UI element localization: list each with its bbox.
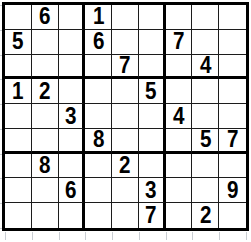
grid-line-stub	[246, 232, 247, 240]
cell-r8c6[interactable]: 3	[139, 178, 166, 203]
given-digit: 5	[145, 79, 156, 103]
cell-r9c7[interactable]	[166, 203, 193, 228]
grid-line-stub	[0, 104, 2, 105]
cell-r1c4[interactable]: 1	[85, 5, 112, 30]
given-digit: 5	[200, 129, 211, 152]
cell-r6c2[interactable]	[32, 129, 59, 154]
given-digit: 8	[39, 154, 50, 178]
cell-r3c5[interactable]: 7	[112, 55, 139, 80]
cell-r7c4[interactable]	[85, 154, 112, 179]
cell-r3c2[interactable]	[32, 55, 59, 80]
cell-r5c2[interactable]	[32, 104, 59, 129]
cell-r1c6[interactable]	[139, 5, 166, 30]
cell-r4c7[interactable]	[166, 79, 193, 104]
cell-r6c4[interactable]: 8	[85, 129, 112, 154]
cell-r7c2[interactable]: 8	[32, 154, 59, 179]
grid-line-stub	[85, 232, 86, 240]
cell-r1c8[interactable]	[192, 5, 219, 30]
grid-line-stub	[0, 178, 2, 179]
cell-r7c7[interactable]	[166, 154, 193, 179]
cell-r2c7[interactable]: 7	[166, 30, 193, 55]
cell-r7c3[interactable]	[59, 154, 86, 179]
cell-r5c5[interactable]	[112, 104, 139, 129]
cell-r6c5[interactable]	[112, 129, 139, 154]
cell-r1c9[interactable]	[219, 5, 246, 30]
cell-r7c8[interactable]	[192, 154, 219, 179]
grid-line-stub	[59, 232, 60, 240]
grid-line-stub	[139, 232, 140, 240]
cell-r2c5[interactable]	[112, 30, 139, 55]
cell-r5c1[interactable]	[5, 104, 32, 129]
grid-line-stub	[0, 79, 2, 80]
cell-r3c3[interactable]	[59, 55, 86, 80]
grid-line-stub	[0, 228, 2, 229]
grid-line-stub	[5, 232, 6, 240]
cell-r4c1[interactable]: 1	[5, 79, 32, 104]
cell-r1c1[interactable]	[5, 5, 32, 30]
cell-r3c1[interactable]	[5, 55, 32, 80]
cell-r2c3[interactable]	[59, 30, 86, 55]
cell-r3c8[interactable]: 4	[192, 55, 219, 80]
cell-r5c7[interactable]: 4	[166, 104, 193, 129]
cell-r3c4[interactable]	[85, 55, 112, 80]
cell-r7c1[interactable]	[5, 154, 32, 179]
cell-r8c2[interactable]	[32, 178, 59, 203]
given-digit: 7	[119, 55, 130, 78]
grid-line-stub	[0, 203, 2, 204]
cell-r9c8[interactable]: 2	[192, 203, 219, 228]
cell-r5c9[interactable]	[219, 104, 246, 129]
cell-r6c8[interactable]: 5	[192, 129, 219, 154]
grid-line-stub	[112, 232, 113, 240]
grid-line-stub	[219, 232, 220, 240]
given-digit: 9	[227, 178, 238, 202]
grid-line-stub	[32, 232, 33, 240]
given-digit: 8	[92, 129, 103, 152]
cell-r5c6[interactable]	[139, 104, 166, 129]
cell-r4c9[interactable]	[219, 79, 246, 104]
cell-r2c1[interactable]: 5	[5, 30, 32, 55]
grid-line-stub	[0, 129, 2, 130]
sudoku-board: 6156774125348578263972	[2, 2, 249, 231]
grid-line-stub	[0, 154, 2, 155]
cell-r3c6[interactable]	[139, 55, 166, 80]
cell-r2c2[interactable]	[32, 30, 59, 55]
cell-r4c2[interactable]: 2	[32, 79, 59, 104]
cell-r3c7[interactable]	[166, 55, 193, 80]
given-digit: 2	[200, 203, 211, 228]
cell-r4c5[interactable]	[112, 79, 139, 104]
cell-r9c6[interactable]: 7	[139, 203, 166, 228]
given-digit: 4	[173, 104, 184, 128]
grid-line-stub	[166, 232, 167, 240]
cell-r2c8[interactable]	[192, 30, 219, 55]
cell-r9c4[interactable]	[85, 203, 112, 228]
given-digit: 6	[92, 30, 103, 54]
cell-r4c3[interactable]	[59, 79, 86, 104]
given-digit: 6	[65, 178, 76, 202]
given-digit: 6	[39, 5, 50, 29]
cell-r8c9[interactable]: 9	[219, 178, 246, 203]
cell-r5c3[interactable]: 3	[59, 104, 86, 129]
cell-r8c7[interactable]	[166, 178, 193, 203]
cell-r8c1[interactable]	[5, 178, 32, 203]
grid-line-stub	[0, 55, 2, 56]
cell-r6c7[interactable]	[166, 129, 193, 154]
cell-r6c3[interactable]	[59, 129, 86, 154]
given-digit: 5	[12, 30, 23, 54]
cell-r1c7[interactable]	[166, 5, 193, 30]
cell-r9c2[interactable]	[32, 203, 59, 228]
grid-line-stub	[0, 5, 2, 6]
cell-r1c3[interactable]	[59, 5, 86, 30]
given-digit: 3	[145, 178, 156, 202]
cell-r4c8[interactable]	[192, 79, 219, 104]
given-digit: 1	[92, 5, 103, 29]
given-digit: 3	[65, 104, 76, 128]
given-digit: 2	[39, 79, 50, 103]
cell-r5c8[interactable]	[192, 104, 219, 129]
given-digit: 7	[173, 30, 184, 54]
cell-r9c3[interactable]	[59, 203, 86, 228]
cell-r4c4[interactable]	[85, 79, 112, 104]
cell-r2c9[interactable]	[219, 30, 246, 55]
given-digit: 1	[12, 79, 23, 103]
cell-r9c9[interactable]	[219, 203, 246, 228]
cell-r6c9[interactable]: 7	[219, 129, 246, 154]
cell-r9c1[interactable]	[5, 203, 32, 228]
cell-r2c6[interactable]	[139, 30, 166, 55]
cell-r8c4[interactable]	[85, 178, 112, 203]
cell-r7c6[interactable]	[139, 154, 166, 179]
cell-r8c8[interactable]	[192, 178, 219, 203]
cell-r8c5[interactable]	[112, 178, 139, 203]
grid-line-stub	[0, 30, 2, 31]
given-digit: 7	[227, 129, 238, 152]
cell-r6c6[interactable]	[139, 129, 166, 154]
cell-r2c4[interactable]: 6	[85, 30, 112, 55]
given-digit: 7	[145, 203, 156, 228]
cell-r8c3[interactable]: 6	[59, 178, 86, 203]
cell-r7c9[interactable]	[219, 154, 246, 179]
cell-r3c9[interactable]	[219, 55, 246, 80]
cell-r9c5[interactable]	[112, 203, 139, 228]
cell-r1c2[interactable]: 6	[32, 5, 59, 30]
cell-r5c4[interactable]	[85, 104, 112, 129]
given-digit: 2	[119, 154, 130, 178]
cell-r7c5[interactable]: 2	[112, 154, 139, 179]
grid-line-stub	[192, 232, 193, 240]
cell-r4c6[interactable]: 5	[139, 79, 166, 104]
cell-r6c1[interactable]	[5, 129, 32, 154]
cell-r1c5[interactable]	[112, 5, 139, 30]
given-digit: 4	[200, 55, 211, 78]
